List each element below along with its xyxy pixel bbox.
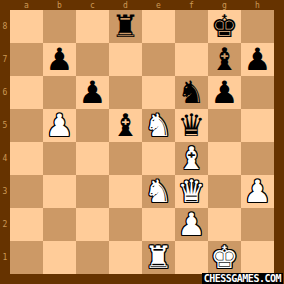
- white-queen: ♛: [178, 175, 206, 208]
- square-b4[interactable]: [43, 142, 76, 175]
- square-g3[interactable]: [208, 175, 241, 208]
- white-king: ♚: [211, 241, 239, 274]
- rank-label-1: 1: [0, 241, 10, 274]
- square-f3[interactable]: ♛: [175, 175, 208, 208]
- square-a6[interactable]: [10, 76, 43, 109]
- square-h7[interactable]: ♟: [241, 43, 274, 76]
- rank-label-4: 4: [0, 142, 10, 175]
- square-h8[interactable]: [241, 10, 274, 43]
- white-pawn: ♟: [46, 109, 74, 142]
- white-knight: ♞: [145, 175, 173, 208]
- square-e5[interactable]: ♞: [142, 109, 175, 142]
- square-c6[interactable]: ♟: [76, 76, 109, 109]
- rank-label-5: 5: [0, 109, 10, 142]
- square-d7[interactable]: [109, 43, 142, 76]
- black-pawn: ♟: [244, 43, 272, 76]
- square-a7[interactable]: [10, 43, 43, 76]
- square-b3[interactable]: [43, 175, 76, 208]
- white-rook: ♜: [145, 241, 173, 274]
- square-f6[interactable]: ♞: [175, 76, 208, 109]
- file-label-c: c: [76, 0, 109, 10]
- square-e4[interactable]: [142, 142, 175, 175]
- file-label-b: b: [43, 0, 76, 10]
- square-f2[interactable]: ♟: [175, 208, 208, 241]
- black-queen: ♛: [178, 109, 206, 142]
- square-g2[interactable]: [208, 208, 241, 241]
- square-b5[interactable]: ♟: [43, 109, 76, 142]
- white-pawn: ♟: [178, 208, 206, 241]
- rank-label-6: 6: [0, 76, 10, 109]
- square-d3[interactable]: [109, 175, 142, 208]
- square-c5[interactable]: [76, 109, 109, 142]
- square-g1[interactable]: ♚: [208, 241, 241, 274]
- file-label-a: a: [10, 0, 43, 10]
- square-h2[interactable]: [241, 208, 274, 241]
- square-a1[interactable]: [10, 241, 43, 274]
- square-h4[interactable]: [241, 142, 274, 175]
- square-g5[interactable]: [208, 109, 241, 142]
- square-e1[interactable]: ♜: [142, 241, 175, 274]
- square-c2[interactable]: [76, 208, 109, 241]
- rank-label-8: 8: [0, 10, 10, 43]
- square-d6[interactable]: [109, 76, 142, 109]
- square-c7[interactable]: [76, 43, 109, 76]
- rank-label-3: 3: [0, 175, 10, 208]
- white-pawn: ♟: [244, 175, 272, 208]
- square-c3[interactable]: [76, 175, 109, 208]
- black-pawn: ♟: [211, 76, 239, 109]
- square-f1[interactable]: [175, 241, 208, 274]
- black-bishop: ♝: [211, 43, 239, 76]
- white-knight: ♞: [145, 109, 173, 142]
- black-rook: ♜: [112, 10, 140, 43]
- square-c1[interactable]: [76, 241, 109, 274]
- square-d5[interactable]: ♝: [109, 109, 142, 142]
- chessgames-watermark: CHESSGAMES.COM: [202, 273, 283, 284]
- square-e2[interactable]: [142, 208, 175, 241]
- rank-label-2: 2: [0, 208, 10, 241]
- square-b2[interactable]: [43, 208, 76, 241]
- square-b7[interactable]: ♟: [43, 43, 76, 76]
- rank-labels: 87654321: [0, 10, 10, 274]
- square-d2[interactable]: [109, 208, 142, 241]
- black-king: ♚: [211, 10, 239, 43]
- black-pawn: ♟: [46, 43, 74, 76]
- file-label-f: f: [175, 0, 208, 10]
- square-d1[interactable]: [109, 241, 142, 274]
- file-label-e: e: [142, 0, 175, 10]
- square-b6[interactable]: [43, 76, 76, 109]
- square-c4[interactable]: [76, 142, 109, 175]
- black-bishop: ♝: [112, 109, 140, 142]
- square-h5[interactable]: [241, 109, 274, 142]
- square-h3[interactable]: ♟: [241, 175, 274, 208]
- square-a8[interactable]: [10, 10, 43, 43]
- square-a5[interactable]: [10, 109, 43, 142]
- chess-board: ♜♚♟♝♟♟♞♟♟♝♞♛♝♞♛♟♟♜♚: [10, 10, 274, 274]
- square-d4[interactable]: [109, 142, 142, 175]
- square-b8[interactable]: [43, 10, 76, 43]
- white-bishop: ♝: [178, 142, 206, 175]
- square-a2[interactable]: [10, 208, 43, 241]
- square-g4[interactable]: [208, 142, 241, 175]
- square-a3[interactable]: [10, 175, 43, 208]
- rank-label-7: 7: [0, 43, 10, 76]
- square-f8[interactable]: [175, 10, 208, 43]
- square-h1[interactable]: [241, 241, 274, 274]
- black-pawn: ♟: [79, 76, 107, 109]
- square-e6[interactable]: [142, 76, 175, 109]
- square-f7[interactable]: [175, 43, 208, 76]
- file-label-h: h: [241, 0, 274, 10]
- square-f5[interactable]: ♛: [175, 109, 208, 142]
- square-b1[interactable]: [43, 241, 76, 274]
- square-a4[interactable]: [10, 142, 43, 175]
- square-f4[interactable]: ♝: [175, 142, 208, 175]
- square-g6[interactable]: ♟: [208, 76, 241, 109]
- square-g8[interactable]: ♚: [208, 10, 241, 43]
- square-e8[interactable]: [142, 10, 175, 43]
- square-e3[interactable]: ♞: [142, 175, 175, 208]
- square-c8[interactable]: [76, 10, 109, 43]
- black-knight: ♞: [178, 76, 206, 109]
- square-g7[interactable]: ♝: [208, 43, 241, 76]
- square-d8[interactable]: ♜: [109, 10, 142, 43]
- chess-board-frame: abcdefgh 87654321 ♜♚♟♝♟♟♞♟♟♝♞♛♝♞♛♟♟♜♚ CH…: [0, 0, 284, 284]
- square-h6[interactable]: [241, 76, 274, 109]
- square-e7[interactable]: [142, 43, 175, 76]
